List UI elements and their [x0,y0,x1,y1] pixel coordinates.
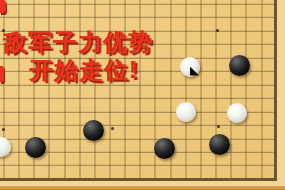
white-stone-marked[interactable] [180,57,200,77]
white-stone[interactable] [227,103,247,123]
last-move-triangle-marker [190,67,199,76]
go-board: 敌军子力优势 开始走位! [0,0,285,190]
star-point [2,128,5,131]
star-point [216,29,219,32]
black-stone[interactable] [83,120,104,141]
red-mark-fragment-topleft [0,0,6,13]
black-stone[interactable] [25,137,46,158]
star-point [217,125,220,128]
caption-overlay: 敌军子力优势 开始走位! [4,28,154,84]
black-stone[interactable] [154,138,175,159]
caption-line2: 开始走位! [4,56,154,84]
white-stone[interactable] [176,102,196,122]
caption-line1: 敌军子力优势 [4,28,154,56]
star-point [111,127,114,130]
board-bottom-strip [0,186,285,190]
red-mark-fragment-left [0,66,4,82]
black-stone[interactable] [229,55,250,76]
board-margin-right [277,0,285,190]
black-stone[interactable] [209,134,230,155]
